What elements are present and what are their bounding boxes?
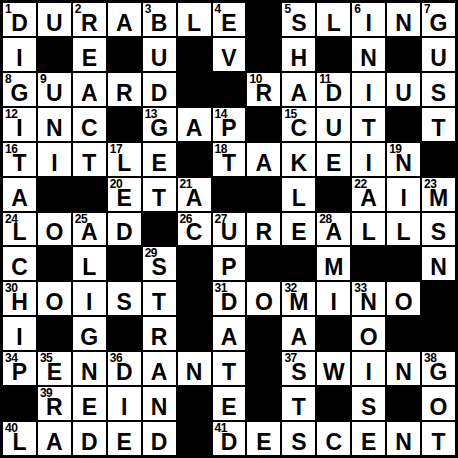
crossword-grid: 1DU2RA3BL4E5SL6IN7GIEUVHNU8G9UARD10RA11D… [0, 0, 458, 458]
cell-letter: D [213, 291, 246, 314]
cell-letter: U [38, 12, 71, 35]
letter-cell[interactable]: E [247, 422, 280, 455]
cell-letter: T [3, 152, 36, 175]
cell-letter: U [143, 47, 176, 70]
letter-cell[interactable]: U [143, 38, 176, 71]
cell-letter: A [282, 82, 315, 105]
cell-letter: A [3, 187, 36, 210]
letter-cell[interactable]: I [3, 38, 36, 71]
letter-cell[interactable]: O [38, 213, 71, 246]
cell-letter: M [282, 291, 315, 314]
black-square [38, 247, 71, 280]
cell-letter: A [108, 12, 141, 35]
cell-letter: N [178, 361, 211, 384]
letter-cell[interactable]: N [352, 38, 385, 71]
letter-cell[interactable]: 20E [108, 178, 141, 211]
letter-cell[interactable]: E [282, 213, 315, 246]
cell-letter: E [108, 431, 141, 454]
letter-cell[interactable]: 3B [143, 3, 176, 36]
letter-cell[interactable]: I [73, 282, 106, 315]
cell-letter: A [73, 82, 106, 105]
letter-cell[interactable]: S [422, 73, 455, 106]
cell-letter: A [282, 326, 315, 349]
letter-cell[interactable]: 13G [143, 108, 176, 141]
cell-letter: C [73, 117, 106, 140]
black-square [422, 143, 455, 176]
letter-cell[interactable]: 33N [352, 282, 385, 315]
cell-letter: C [282, 117, 315, 140]
letter-cell[interactable]: A [3, 178, 36, 211]
cell-letter: E [317, 152, 350, 175]
letter-cell[interactable]: N [387, 3, 420, 36]
cell-letter: I [352, 12, 385, 35]
black-square [73, 178, 106, 211]
cell-letter: D [143, 431, 176, 454]
letter-cell[interactable]: T [422, 422, 455, 455]
letter-cell[interactable]: E [352, 422, 385, 455]
letter-cell[interactable]: S [422, 213, 455, 246]
letter-cell[interactable]: C [73, 108, 106, 141]
black-square [38, 317, 71, 350]
cell-letter: N [387, 361, 420, 384]
letter-cell[interactable]: T [352, 108, 385, 141]
cell-letter: M [422, 187, 455, 210]
letter-cell[interactable]: 25A [73, 213, 106, 246]
black-square [317, 178, 350, 211]
black-square [247, 352, 280, 385]
black-square [178, 143, 211, 176]
letter-cell[interactable]: I [317, 282, 350, 315]
cell-letter: G [3, 82, 36, 105]
cell-letter: E [143, 152, 176, 175]
cell-letter: E [73, 396, 106, 419]
black-square [282, 247, 315, 280]
cell-letter: I [108, 396, 141, 419]
letter-cell[interactable]: D [108, 213, 141, 246]
cell-letter: L [108, 152, 141, 175]
cell-letter: B [143, 12, 176, 35]
cell-letter: C [3, 256, 36, 279]
cell-letter: T [73, 152, 106, 175]
cell-letter: N [387, 431, 420, 454]
cell-letter: S [143, 256, 176, 279]
cell-letter: E [213, 12, 246, 35]
cell-letter: A [352, 187, 385, 210]
letter-cell[interactable]: K [282, 143, 315, 176]
letter-cell[interactable]: A [178, 108, 211, 141]
cell-letter: M [317, 256, 350, 279]
letter-cell[interactable]: 4E [213, 3, 246, 36]
letter-cell[interactable]: U [38, 3, 71, 36]
black-square [387, 387, 420, 420]
letter-cell[interactable]: N [143, 387, 176, 420]
cell-letter: D [143, 82, 176, 105]
letter-cell[interactable]: E [73, 38, 106, 71]
letter-cell[interactable]: V [213, 38, 246, 71]
cell-letter: L [3, 221, 36, 244]
letter-cell[interactable]: D [73, 422, 106, 455]
cell-letter: H [282, 47, 315, 70]
cell-letter: I [38, 152, 71, 175]
letter-cell[interactable]: N [178, 352, 211, 385]
letter-cell[interactable]: N [387, 352, 420, 385]
letter-cell[interactable]: U [422, 38, 455, 71]
letter-cell[interactable]: 26C [178, 213, 211, 246]
cell-letter: G [143, 117, 176, 140]
cell-letter: A [178, 117, 211, 140]
cell-letter: N [352, 47, 385, 70]
black-square [38, 38, 71, 71]
black-square [387, 38, 420, 71]
cell-letter: G [422, 12, 455, 35]
cell-letter: T [422, 431, 455, 454]
cell-letter: I [3, 47, 36, 70]
cell-letter: R [247, 221, 280, 244]
letter-cell[interactable]: S [282, 422, 315, 455]
letter-cell[interactable]: E [317, 143, 350, 176]
cell-letter: E [73, 47, 106, 70]
cell-letter: I [3, 326, 36, 349]
cell-letter: G [422, 361, 455, 384]
letter-cell[interactable]: 32M [282, 282, 315, 315]
cell-letter: T [143, 187, 176, 210]
black-square [108, 317, 141, 350]
letter-cell[interactable]: 2R [73, 3, 106, 36]
letter-cell[interactable]: 36D [108, 352, 141, 385]
letter-cell[interactable]: 39R [38, 387, 71, 420]
letter-cell[interactable]: 29S [143, 247, 176, 280]
cell-letter: E [108, 187, 141, 210]
cell-letter: T [213, 152, 246, 175]
letter-cell[interactable]: I [387, 178, 420, 211]
black-square [143, 213, 176, 246]
cell-letter: A [38, 431, 71, 454]
cell-letter: I [352, 82, 385, 105]
cell-letter: D [3, 12, 36, 35]
cell-letter: T [352, 117, 385, 140]
letter-cell[interactable]: I [352, 352, 385, 385]
letter-cell[interactable]: I [38, 143, 71, 176]
letter-cell[interactable]: T [213, 352, 246, 385]
letter-cell[interactable]: O [247, 282, 280, 315]
letter-cell[interactable]: M [317, 247, 350, 280]
letter-cell[interactable]: 37S [282, 352, 315, 385]
cell-letter: A [247, 152, 280, 175]
black-square [213, 73, 246, 106]
cell-letter: S [282, 431, 315, 454]
letter-cell[interactable]: I [352, 73, 385, 106]
black-square [247, 3, 280, 36]
letter-cell[interactable]: L [282, 178, 315, 211]
letter-cell[interactable]: U [387, 73, 420, 106]
cell-letter: S [422, 221, 455, 244]
cell-letter: U [387, 82, 420, 105]
cell-letter: R [73, 12, 106, 35]
letter-cell[interactable]: O [422, 387, 455, 420]
letter-cell[interactable]: S [108, 282, 141, 315]
letter-cell[interactable]: 7G [422, 3, 455, 36]
cell-letter: E [213, 396, 246, 419]
cell-letter: S [282, 361, 315, 384]
letter-cell[interactable]: N [387, 422, 420, 455]
cell-letter: O [38, 291, 71, 314]
letter-cell[interactable]: 35E [38, 352, 71, 385]
cell-letter: U [317, 117, 350, 140]
letter-cell[interactable]: 41D [213, 422, 246, 455]
letter-cell[interactable]: W [317, 352, 350, 385]
cell-letter: N [387, 12, 420, 35]
letter-cell[interactable]: 12I [3, 108, 36, 141]
letter-cell[interactable]: D [143, 422, 176, 455]
cell-letter: D [73, 431, 106, 454]
cell-letter: R [143, 326, 176, 349]
letter-cell[interactable]: S [352, 387, 385, 420]
letter-cell[interactable]: N [38, 108, 71, 141]
black-square [317, 387, 350, 420]
letter-cell[interactable]: L [178, 3, 211, 36]
letter-cell[interactable]: 31D [213, 282, 246, 315]
cell-letter: S [422, 82, 455, 105]
cell-letter: C [317, 431, 350, 454]
cell-letter: I [73, 291, 106, 314]
black-square [178, 422, 211, 455]
letter-cell[interactable]: T [73, 143, 106, 176]
cell-letter: R [108, 82, 141, 105]
black-square [178, 317, 211, 350]
black-square [422, 317, 455, 350]
cell-letter: R [247, 82, 280, 105]
letter-cell[interactable]: 10R [247, 73, 280, 106]
letter-cell[interactable]: 8G [3, 73, 36, 106]
letter-cell[interactable]: A [108, 3, 141, 36]
letter-cell[interactable]: A [282, 73, 315, 106]
letter-cell[interactable]: R [108, 73, 141, 106]
letter-cell[interactable]: 11D [317, 73, 350, 106]
letter-cell[interactable]: N [73, 352, 106, 385]
cell-letter: N [143, 396, 176, 419]
cell-letter: D [108, 361, 141, 384]
cell-letter: K [282, 152, 315, 175]
letter-cell[interactable]: A [247, 143, 280, 176]
cell-letter: V [213, 47, 246, 70]
cell-letter: E [352, 431, 385, 454]
letter-cell[interactable]: A [282, 317, 315, 350]
letter-cell[interactable]: L [387, 213, 420, 246]
cell-letter: E [38, 361, 71, 384]
cell-letter: O [352, 326, 385, 349]
cell-letter: U [422, 47, 455, 70]
letter-cell[interactable]: N [422, 247, 455, 280]
black-square [213, 178, 246, 211]
cell-letter: P [213, 256, 246, 279]
black-square [178, 282, 211, 315]
letter-cell[interactable]: 34P [3, 352, 36, 385]
letter-cell[interactable]: A [73, 73, 106, 106]
letter-cell[interactable]: 1D [3, 3, 36, 36]
letter-cell[interactable]: 5S [282, 3, 315, 36]
cell-letter: D [213, 431, 246, 454]
letter-cell[interactable]: U [317, 108, 350, 141]
black-square [108, 38, 141, 71]
black-square [108, 108, 141, 141]
letter-cell[interactable]: 23M [422, 178, 455, 211]
black-square [387, 108, 420, 141]
letter-cell[interactable]: O [352, 317, 385, 350]
black-square [178, 387, 211, 420]
cell-letter: L [352, 221, 385, 244]
black-square [317, 38, 350, 71]
letter-cell[interactable]: 24L [3, 213, 36, 246]
cell-letter: P [213, 117, 246, 140]
cell-letter: R [38, 396, 71, 419]
cell-letter: U [213, 221, 246, 244]
letter-cell[interactable]: I [352, 143, 385, 176]
cell-letter: S [282, 12, 315, 35]
cell-letter: L [387, 221, 420, 244]
cell-letter: I [352, 152, 385, 175]
letter-cell[interactable]: 17L [108, 143, 141, 176]
letter-cell[interactable]: 28A [317, 213, 350, 246]
black-square [247, 387, 280, 420]
cell-letter: O [387, 291, 420, 314]
cell-letter: A [213, 326, 246, 349]
letter-cell[interactable]: A [38, 422, 71, 455]
cell-letter: I [387, 187, 420, 210]
letter-cell[interactable]: T [143, 178, 176, 211]
cell-letter: A [178, 187, 211, 210]
letter-cell[interactable]: A [213, 317, 246, 350]
letter-cell[interactable]: D [143, 73, 176, 106]
letter-cell[interactable]: R [143, 317, 176, 350]
cell-letter: D [108, 221, 141, 244]
letter-cell[interactable]: P [213, 247, 246, 280]
letter-cell[interactable]: 18T [213, 143, 246, 176]
cell-letter: O [38, 221, 71, 244]
letter-cell[interactable]: 40L [3, 422, 36, 455]
cell-letter: L [73, 256, 106, 279]
black-square [387, 247, 420, 280]
letter-cell[interactable]: I [108, 387, 141, 420]
letter-cell[interactable]: 19N [387, 143, 420, 176]
letter-cell[interactable]: 14P [213, 108, 246, 141]
letter-cell[interactable]: I [3, 317, 36, 350]
letter-cell[interactable]: 6I [352, 3, 385, 36]
cell-letter: I [317, 291, 350, 314]
letter-cell[interactable]: C [317, 422, 350, 455]
cell-letter: T [143, 291, 176, 314]
letter-cell[interactable]: E [143, 143, 176, 176]
black-square [247, 38, 280, 71]
black-square [352, 247, 385, 280]
black-square [387, 317, 420, 350]
letter-cell[interactable]: 15C [282, 108, 315, 141]
letter-cell[interactable]: L [352, 213, 385, 246]
cell-letter: S [108, 291, 141, 314]
cell-letter: A [73, 221, 106, 244]
black-square [108, 247, 141, 280]
cell-letter: U [38, 82, 71, 105]
cell-letter: L [317, 12, 350, 35]
black-square [247, 178, 280, 211]
cell-letter: E [247, 431, 280, 454]
black-square [38, 178, 71, 211]
letter-cell[interactable]: E [73, 387, 106, 420]
letter-cell[interactable]: E [108, 422, 141, 455]
letter-cell[interactable]: H [282, 38, 315, 71]
black-square [247, 108, 280, 141]
letter-cell[interactable]: O [38, 282, 71, 315]
black-square [247, 317, 280, 350]
cell-letter: A [143, 361, 176, 384]
letter-cell[interactable]: A [143, 352, 176, 385]
cell-letter: N [352, 291, 385, 314]
letter-cell[interactable]: L [73, 247, 106, 280]
cell-letter: P [3, 361, 36, 384]
cell-letter: T [422, 117, 455, 140]
letter-cell[interactable]: R [247, 213, 280, 246]
black-square [178, 247, 211, 280]
cell-letter: T [282, 396, 315, 419]
letter-cell[interactable]: G [73, 317, 106, 350]
letter-cell[interactable]: 38G [422, 352, 455, 385]
letter-cell[interactable]: C [3, 247, 36, 280]
cell-letter: W [317, 361, 350, 384]
letter-cell[interactable]: T [422, 108, 455, 141]
cell-letter: S [352, 396, 385, 419]
letter-cell[interactable]: L [317, 3, 350, 36]
cell-letter: O [422, 396, 455, 419]
black-square [178, 73, 211, 106]
letter-cell[interactable]: 22A [352, 178, 385, 211]
letter-cell[interactable]: 27U [213, 213, 246, 246]
cell-letter: H [3, 291, 36, 314]
cell-letter: T [213, 361, 246, 384]
cell-letter: L [282, 187, 315, 210]
cell-letter: N [38, 117, 71, 140]
letter-cell[interactable]: O [387, 282, 420, 315]
letter-cell[interactable]: 30H [3, 282, 36, 315]
cell-letter: L [3, 431, 36, 454]
letter-cell[interactable]: T [143, 282, 176, 315]
cell-letter: N [73, 361, 106, 384]
cell-letter: N [387, 152, 420, 175]
black-square [317, 317, 350, 350]
cell-letter: N [422, 256, 455, 279]
cell-letter: G [73, 326, 106, 349]
letter-cell[interactable]: T [282, 387, 315, 420]
cell-letter: E [282, 221, 315, 244]
cell-letter: D [317, 82, 350, 105]
cell-letter: I [3, 117, 36, 140]
cell-letter: O [247, 291, 280, 314]
cell-letter: C [178, 221, 211, 244]
cell-letter: I [352, 361, 385, 384]
black-square [178, 38, 211, 71]
cell-letter: L [178, 12, 211, 35]
letter-cell[interactable]: 21A [178, 178, 211, 211]
letter-cell[interactable]: 9U [38, 73, 71, 106]
black-square [247, 247, 280, 280]
letter-cell[interactable]: 16T [3, 143, 36, 176]
black-square [3, 387, 36, 420]
black-square [422, 282, 455, 315]
letter-cell[interactable]: E [213, 387, 246, 420]
cell-letter: A [317, 221, 350, 244]
